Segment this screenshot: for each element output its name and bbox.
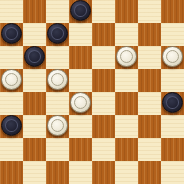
square-b4[interactable] bbox=[23, 92, 46, 115]
black-man-a7[interactable] bbox=[1, 23, 22, 44]
white-man-c5[interactable] bbox=[47, 69, 68, 90]
square-g4 bbox=[138, 92, 161, 115]
square-e4 bbox=[92, 92, 115, 115]
square-c4 bbox=[46, 92, 69, 115]
square-c1[interactable] bbox=[46, 161, 69, 184]
square-h1 bbox=[161, 161, 184, 184]
piece-ring bbox=[5, 27, 18, 40]
square-g7[interactable] bbox=[138, 23, 161, 46]
black-man-a3[interactable] bbox=[1, 115, 22, 136]
square-f1 bbox=[115, 161, 138, 184]
piece-ring bbox=[5, 119, 18, 132]
square-d3 bbox=[69, 115, 92, 138]
square-d7 bbox=[69, 23, 92, 46]
piece-ring bbox=[74, 4, 87, 17]
square-g1[interactable] bbox=[138, 161, 161, 184]
square-b7 bbox=[23, 23, 46, 46]
square-g6 bbox=[138, 46, 161, 69]
square-b1 bbox=[23, 161, 46, 184]
square-f7 bbox=[115, 23, 138, 46]
square-c7[interactable] bbox=[46, 23, 69, 46]
square-b6[interactable] bbox=[23, 46, 46, 69]
square-c6 bbox=[46, 46, 69, 69]
square-a6 bbox=[0, 46, 23, 69]
square-c8 bbox=[46, 0, 69, 23]
square-e3[interactable] bbox=[92, 115, 115, 138]
square-g2 bbox=[138, 138, 161, 161]
square-e2 bbox=[92, 138, 115, 161]
square-h5 bbox=[161, 69, 184, 92]
square-d8[interactable] bbox=[69, 0, 92, 23]
square-a2 bbox=[0, 138, 23, 161]
square-e8 bbox=[92, 0, 115, 23]
square-e6 bbox=[92, 46, 115, 69]
piece-ring bbox=[166, 96, 179, 109]
piece-ring bbox=[51, 119, 64, 132]
square-f8[interactable] bbox=[115, 0, 138, 23]
square-f3 bbox=[115, 115, 138, 138]
square-c5[interactable] bbox=[46, 69, 69, 92]
square-c3[interactable] bbox=[46, 115, 69, 138]
square-b8[interactable] bbox=[23, 0, 46, 23]
checkers-board bbox=[0, 0, 184, 184]
white-man-f6[interactable] bbox=[116, 46, 137, 67]
square-f6[interactable] bbox=[115, 46, 138, 69]
square-h7 bbox=[161, 23, 184, 46]
piece-ring bbox=[166, 50, 179, 63]
square-h4[interactable] bbox=[161, 92, 184, 115]
square-a1[interactable] bbox=[0, 161, 23, 184]
square-d6[interactable] bbox=[69, 46, 92, 69]
square-h3 bbox=[161, 115, 184, 138]
square-g5[interactable] bbox=[138, 69, 161, 92]
square-f2[interactable] bbox=[115, 138, 138, 161]
black-man-b6[interactable] bbox=[24, 46, 45, 67]
black-man-h4[interactable] bbox=[162, 92, 183, 113]
square-g3[interactable] bbox=[138, 115, 161, 138]
square-b2[interactable] bbox=[23, 138, 46, 161]
square-d5 bbox=[69, 69, 92, 92]
white-man-h6[interactable] bbox=[162, 46, 183, 67]
square-a3[interactable] bbox=[0, 115, 23, 138]
square-a5[interactable] bbox=[0, 69, 23, 92]
square-h6[interactable] bbox=[161, 46, 184, 69]
piece-ring bbox=[120, 50, 133, 63]
square-a4 bbox=[0, 92, 23, 115]
piece-ring bbox=[51, 73, 64, 86]
square-c2 bbox=[46, 138, 69, 161]
square-b5 bbox=[23, 69, 46, 92]
square-a7[interactable] bbox=[0, 23, 23, 46]
square-e5[interactable] bbox=[92, 69, 115, 92]
square-a8 bbox=[0, 0, 23, 23]
square-h2[interactable] bbox=[161, 138, 184, 161]
square-d4[interactable] bbox=[69, 92, 92, 115]
black-man-c7[interactable] bbox=[47, 23, 68, 44]
square-h8[interactable] bbox=[161, 0, 184, 23]
square-e1[interactable] bbox=[92, 161, 115, 184]
square-e7[interactable] bbox=[92, 23, 115, 46]
piece-ring bbox=[5, 73, 18, 86]
black-man-d8[interactable] bbox=[70, 0, 91, 21]
white-man-c3[interactable] bbox=[47, 115, 68, 136]
piece-ring bbox=[74, 96, 87, 109]
square-f4[interactable] bbox=[115, 92, 138, 115]
white-man-d4[interactable] bbox=[70, 92, 91, 113]
square-b3 bbox=[23, 115, 46, 138]
piece-ring bbox=[51, 27, 64, 40]
piece-ring bbox=[28, 50, 41, 63]
square-d2[interactable] bbox=[69, 138, 92, 161]
square-g8 bbox=[138, 0, 161, 23]
square-d1 bbox=[69, 161, 92, 184]
square-f5 bbox=[115, 69, 138, 92]
white-man-a5[interactable] bbox=[1, 69, 22, 90]
